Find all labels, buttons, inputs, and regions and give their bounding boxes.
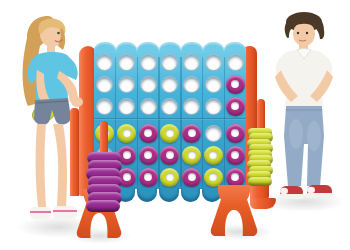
purple-spare-disc [86, 200, 120, 212]
front-gear [0, 0, 350, 250]
right-tray-pedestal-foot [250, 198, 276, 209]
left-front-pole [70, 108, 79, 196]
yellow-spare-disc [248, 177, 272, 186]
scene [0, 0, 350, 250]
